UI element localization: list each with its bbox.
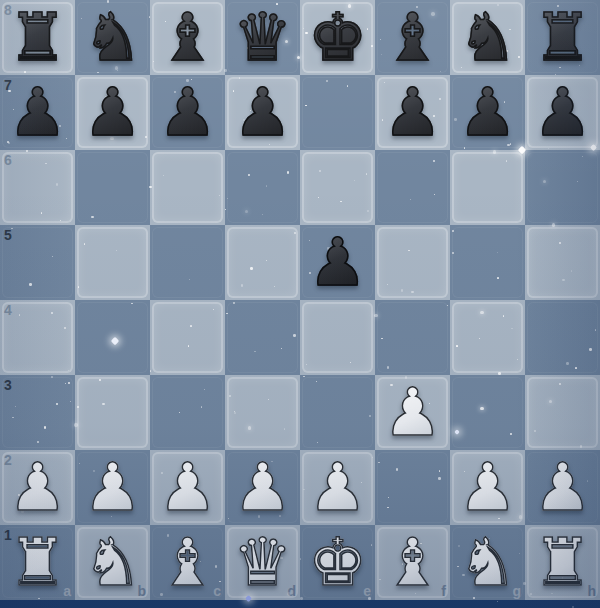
board-background-strip xyxy=(0,600,600,608)
white-pawn[interactable]: ♟ xyxy=(458,455,517,521)
white-pawn[interactable]: ♟ xyxy=(83,455,142,521)
square-b2[interactable]: ♟ xyxy=(75,450,150,525)
square-c5[interactable] xyxy=(150,225,225,300)
black-pawn[interactable]: ♟ xyxy=(308,230,367,296)
square-g1[interactable]: g♞ xyxy=(450,525,525,600)
square-h7[interactable]: ♟ xyxy=(525,75,600,150)
square-b7[interactable]: ♟ xyxy=(75,75,150,150)
square-g6[interactable] xyxy=(450,150,525,225)
black-pawn[interactable]: ♟ xyxy=(233,80,292,146)
square-c2[interactable]: ♟ xyxy=(150,450,225,525)
square-h4[interactable] xyxy=(525,300,600,375)
square-d5[interactable] xyxy=(225,225,300,300)
chess-board: 8♜♞♝♛♚♝♞♜7♟♟♟♟♟♟♟65♟43♟2♟♟♟♟♟♟♟1a♜b♞c♝d♛… xyxy=(0,0,600,600)
square-f5[interactable] xyxy=(375,225,450,300)
square-f1[interactable]: f♝ xyxy=(375,525,450,600)
black-pawn[interactable]: ♟ xyxy=(533,80,592,146)
square-h2[interactable]: ♟ xyxy=(525,450,600,525)
white-pawn[interactable]: ♟ xyxy=(158,455,217,521)
square-f4[interactable] xyxy=(375,300,450,375)
white-queen[interactable]: ♛ xyxy=(233,530,292,596)
square-f3[interactable]: ♟ xyxy=(375,375,450,450)
black-king[interactable]: ♚ xyxy=(308,5,367,71)
white-rook[interactable]: ♜ xyxy=(8,530,67,596)
square-e4[interactable] xyxy=(300,300,375,375)
black-pawn[interactable]: ♟ xyxy=(8,80,67,146)
square-d2[interactable]: ♟ xyxy=(225,450,300,525)
square-b8[interactable]: ♞ xyxy=(75,0,150,75)
white-pawn[interactable]: ♟ xyxy=(8,455,67,521)
black-pawn[interactable]: ♟ xyxy=(83,80,142,146)
square-g3[interactable] xyxy=(450,375,525,450)
square-d8[interactable]: ♛ xyxy=(225,0,300,75)
square-f6[interactable] xyxy=(375,150,450,225)
square-a3[interactable]: 3 xyxy=(0,375,75,450)
coord-rank-4: 4 xyxy=(4,302,12,318)
square-e5[interactable]: ♟ xyxy=(300,225,375,300)
square-g5[interactable] xyxy=(450,225,525,300)
square-a1[interactable]: 1a♜ xyxy=(0,525,75,600)
black-bishop[interactable]: ♝ xyxy=(383,5,442,71)
white-knight[interactable]: ♞ xyxy=(83,530,142,596)
square-c3[interactable] xyxy=(150,375,225,450)
square-f7[interactable]: ♟ xyxy=(375,75,450,150)
white-pawn[interactable]: ♟ xyxy=(233,455,292,521)
square-b4[interactable] xyxy=(75,300,150,375)
chess-app: 8♜♞♝♛♚♝♞♜7♟♟♟♟♟♟♟65♟43♟2♟♟♟♟♟♟♟1a♜b♞c♝d♛… xyxy=(0,0,600,608)
black-knight[interactable]: ♞ xyxy=(458,5,517,71)
square-g8[interactable]: ♞ xyxy=(450,0,525,75)
square-g2[interactable]: ♟ xyxy=(450,450,525,525)
square-b1[interactable]: b♞ xyxy=(75,525,150,600)
square-c7[interactable]: ♟ xyxy=(150,75,225,150)
square-c1[interactable]: c♝ xyxy=(150,525,225,600)
square-c8[interactable]: ♝ xyxy=(150,0,225,75)
square-h1[interactable]: h♜ xyxy=(525,525,600,600)
white-rook[interactable]: ♜ xyxy=(533,530,592,596)
white-pawn[interactable]: ♟ xyxy=(383,380,442,446)
square-a4[interactable]: 4 xyxy=(0,300,75,375)
square-f2[interactable] xyxy=(375,450,450,525)
square-g4[interactable] xyxy=(450,300,525,375)
square-c6[interactable] xyxy=(150,150,225,225)
square-b5[interactable] xyxy=(75,225,150,300)
black-bishop[interactable]: ♝ xyxy=(158,5,217,71)
coord-rank-6: 6 xyxy=(4,152,12,168)
square-d4[interactable] xyxy=(225,300,300,375)
square-e2[interactable]: ♟ xyxy=(300,450,375,525)
square-d1[interactable]: d♛ xyxy=(225,525,300,600)
square-e1[interactable]: e♚ xyxy=(300,525,375,600)
square-g7[interactable]: ♟ xyxy=(450,75,525,150)
black-knight[interactable]: ♞ xyxy=(83,5,142,71)
white-pawn[interactable]: ♟ xyxy=(308,455,367,521)
square-a8[interactable]: 8♜ xyxy=(0,0,75,75)
square-d7[interactable]: ♟ xyxy=(225,75,300,150)
square-d6[interactable] xyxy=(225,150,300,225)
black-rook[interactable]: ♜ xyxy=(533,5,592,71)
coord-rank-3: 3 xyxy=(4,377,12,393)
square-a5[interactable]: 5 xyxy=(0,225,75,300)
square-e8[interactable]: ♚ xyxy=(300,0,375,75)
square-e6[interactable] xyxy=(300,150,375,225)
black-pawn[interactable]: ♟ xyxy=(458,80,517,146)
square-c4[interactable] xyxy=(150,300,225,375)
square-h5[interactable] xyxy=(525,225,600,300)
white-knight[interactable]: ♞ xyxy=(458,530,517,596)
square-a6[interactable]: 6 xyxy=(0,150,75,225)
black-pawn[interactable]: ♟ xyxy=(158,80,217,146)
square-h6[interactable] xyxy=(525,150,600,225)
square-e3[interactable] xyxy=(300,375,375,450)
square-b3[interactable] xyxy=(75,375,150,450)
square-e7[interactable] xyxy=(300,75,375,150)
white-bishop[interactable]: ♝ xyxy=(383,530,442,596)
square-a2[interactable]: 2♟ xyxy=(0,450,75,525)
square-h3[interactable] xyxy=(525,375,600,450)
square-f8[interactable]: ♝ xyxy=(375,0,450,75)
black-queen[interactable]: ♛ xyxy=(233,5,292,71)
square-h8[interactable]: ♜ xyxy=(525,0,600,75)
square-b6[interactable] xyxy=(75,150,150,225)
black-pawn[interactable]: ♟ xyxy=(383,80,442,146)
white-bishop[interactable]: ♝ xyxy=(158,530,217,596)
white-pawn[interactable]: ♟ xyxy=(533,455,592,521)
square-a7[interactable]: 7♟ xyxy=(0,75,75,150)
black-rook[interactable]: ♜ xyxy=(8,5,67,71)
coord-rank-5: 5 xyxy=(4,227,12,243)
white-king[interactable]: ♚ xyxy=(308,530,367,596)
square-d3[interactable] xyxy=(225,375,300,450)
